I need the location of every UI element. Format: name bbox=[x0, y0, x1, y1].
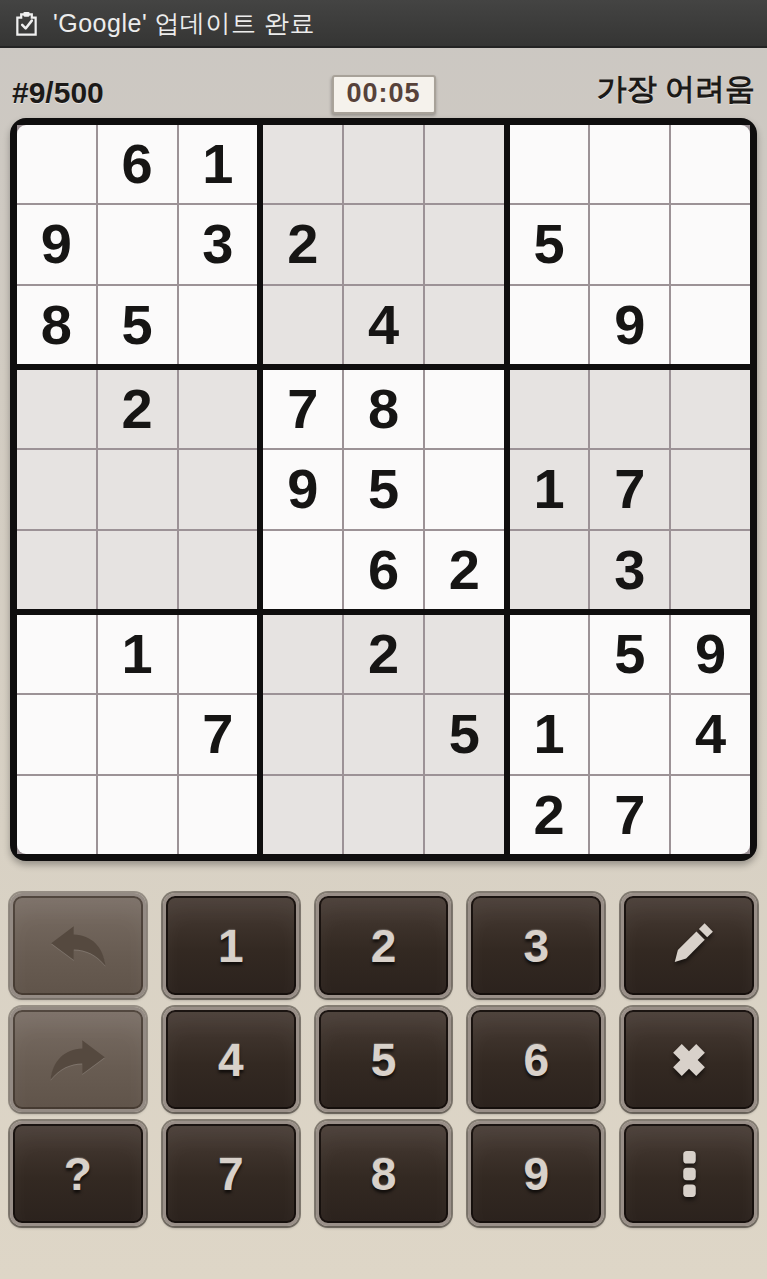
cell-r6c1[interactable] bbox=[17, 531, 96, 609]
redo-icon bbox=[47, 1036, 109, 1084]
cell-r8c2[interactable] bbox=[98, 695, 177, 773]
cell-r5c7[interactable]: 1 bbox=[510, 450, 589, 528]
digit-9-button-label: 9 bbox=[523, 1147, 549, 1201]
notification-text: 'Google' 업데이트 완료 bbox=[53, 7, 315, 40]
cell-r6c9[interactable] bbox=[671, 531, 750, 609]
digit-7-button-label: 7 bbox=[218, 1147, 244, 1201]
cell-r9c6[interactable] bbox=[425, 776, 504, 854]
cell-r9c2[interactable] bbox=[98, 776, 177, 854]
puzzle-number: #9/500 bbox=[12, 76, 104, 110]
digit-4-button-label: 4 bbox=[218, 1033, 244, 1087]
sudoku-board: 619385245927895621731725591427 bbox=[10, 118, 757, 861]
cell-r8c5[interactable] bbox=[344, 695, 423, 773]
cell-r2c5[interactable] bbox=[344, 205, 423, 283]
cell-r1c6[interactable] bbox=[425, 125, 504, 203]
cell-r8c4[interactable] bbox=[263, 695, 342, 773]
cell-r6c3[interactable] bbox=[179, 531, 258, 609]
cell-r3c4[interactable] bbox=[263, 286, 342, 364]
cell-r7c8[interactable]: 5 bbox=[590, 615, 669, 693]
cell-r5c5[interactable]: 5 bbox=[344, 450, 423, 528]
cell-r5c2[interactable] bbox=[98, 450, 177, 528]
erase-button[interactable] bbox=[621, 1007, 757, 1112]
cell-r1c5[interactable] bbox=[344, 125, 423, 203]
box-6: 173 bbox=[510, 370, 750, 609]
difficulty-label: 가장 어려움 bbox=[597, 69, 755, 110]
digit-2-button[interactable]: 2 bbox=[316, 893, 452, 998]
screen: 'Google' 업데이트 완료 #9/500 00:05 가장 어려움 619… bbox=[0, 0, 767, 1279]
cell-r7c9[interactable]: 9 bbox=[671, 615, 750, 693]
cell-r3c7[interactable] bbox=[510, 286, 589, 364]
cell-r8c3[interactable]: 7 bbox=[179, 695, 258, 773]
box-9: 591427 bbox=[510, 615, 750, 854]
cell-r4c8[interactable] bbox=[590, 370, 669, 448]
pencil-button[interactable] bbox=[621, 893, 757, 998]
cell-r9c7[interactable]: 2 bbox=[510, 776, 589, 854]
cell-r2c4[interactable]: 2 bbox=[263, 205, 342, 283]
digit-3-button[interactable]: 3 bbox=[468, 893, 604, 998]
cell-r5c1[interactable] bbox=[17, 450, 96, 528]
box-2: 24 bbox=[263, 125, 503, 364]
cell-r4c5[interactable]: 8 bbox=[344, 370, 423, 448]
cell-r3c9[interactable] bbox=[671, 286, 750, 364]
cell-r1c8[interactable] bbox=[590, 125, 669, 203]
cell-r1c7[interactable] bbox=[510, 125, 589, 203]
box-7: 17 bbox=[17, 615, 257, 854]
status-bar[interactable]: 'Google' 업데이트 완료 bbox=[0, 0, 767, 48]
digit-8-button[interactable]: 8 bbox=[316, 1121, 452, 1226]
cell-r7c4[interactable] bbox=[263, 615, 342, 693]
cell-r5c4[interactable]: 9 bbox=[263, 450, 342, 528]
cell-r7c2[interactable]: 1 bbox=[98, 615, 177, 693]
cell-r2c8[interactable] bbox=[590, 205, 669, 283]
keypad: 123456?789 bbox=[0, 861, 767, 1226]
cell-r4c4[interactable]: 7 bbox=[263, 370, 342, 448]
box-8: 25 bbox=[263, 615, 503, 854]
digit-3-button-label: 3 bbox=[523, 919, 549, 973]
cell-r2c9[interactable] bbox=[671, 205, 750, 283]
cell-r7c5[interactable]: 2 bbox=[344, 615, 423, 693]
cell-r2c3[interactable]: 3 bbox=[179, 205, 258, 283]
cell-r6c2[interactable] bbox=[98, 531, 177, 609]
digit-4-button[interactable]: 4 bbox=[163, 1007, 299, 1112]
digit-5-button[interactable]: 5 bbox=[316, 1007, 452, 1112]
cell-r4c2[interactable]: 2 bbox=[98, 370, 177, 448]
help-button-label: ? bbox=[64, 1147, 92, 1201]
cell-r4c9[interactable] bbox=[671, 370, 750, 448]
cell-r5c6[interactable] bbox=[425, 450, 504, 528]
cell-r3c8[interactable]: 9 bbox=[590, 286, 669, 364]
cell-r8c6[interactable]: 5 bbox=[425, 695, 504, 773]
box-5: 789562 bbox=[263, 370, 503, 609]
cell-r4c6[interactable] bbox=[425, 370, 504, 448]
cell-r5c9[interactable] bbox=[671, 450, 750, 528]
cell-r3c6[interactable] bbox=[425, 286, 504, 364]
cell-r4c1[interactable] bbox=[17, 370, 96, 448]
cell-r7c1[interactable] bbox=[17, 615, 96, 693]
cell-r9c3[interactable] bbox=[179, 776, 258, 854]
cell-r6c7[interactable] bbox=[510, 531, 589, 609]
digit-8-button-label: 8 bbox=[371, 1147, 397, 1201]
box-4: 2 bbox=[17, 370, 257, 609]
cell-r3c3[interactable] bbox=[179, 286, 258, 364]
cell-r9c1[interactable] bbox=[17, 776, 96, 854]
cell-r3c5[interactable]: 4 bbox=[344, 286, 423, 364]
cell-r4c7[interactable] bbox=[510, 370, 589, 448]
digit-9-button[interactable]: 9 bbox=[468, 1121, 604, 1226]
cell-r8c9[interactable]: 4 bbox=[671, 695, 750, 773]
cell-r8c7[interactable]: 1 bbox=[510, 695, 589, 773]
game-header: #9/500 00:05 가장 어려움 bbox=[0, 48, 767, 118]
cell-r7c6[interactable] bbox=[425, 615, 504, 693]
box-1: 619385 bbox=[17, 125, 257, 364]
timer: 00:05 bbox=[331, 75, 435, 114]
menu-button[interactable] bbox=[621, 1121, 757, 1226]
cell-r4c3[interactable] bbox=[179, 370, 258, 448]
cell-r9c5[interactable] bbox=[344, 776, 423, 854]
digit-2-button-label: 2 bbox=[371, 919, 397, 973]
help-button[interactable]: ? bbox=[10, 1121, 146, 1226]
cell-r2c1[interactable]: 9 bbox=[17, 205, 96, 283]
digit-6-button-label: 6 bbox=[523, 1033, 549, 1087]
cell-r6c4[interactable] bbox=[263, 531, 342, 609]
cell-r7c3[interactable] bbox=[179, 615, 258, 693]
cell-r9c4[interactable] bbox=[263, 776, 342, 854]
cell-r1c3[interactable]: 1 bbox=[179, 125, 258, 203]
digit-1-button-label: 1 bbox=[218, 919, 244, 973]
cell-r7c7[interactable] bbox=[510, 615, 589, 693]
digit-5-button-label: 5 bbox=[371, 1033, 397, 1087]
pencil-icon bbox=[663, 920, 715, 972]
cell-r1c9[interactable] bbox=[671, 125, 750, 203]
undo-icon bbox=[47, 922, 109, 970]
undo-button[interactable] bbox=[10, 893, 146, 998]
erase-icon bbox=[663, 1034, 715, 1086]
cell-r1c1[interactable] bbox=[17, 125, 96, 203]
cell-r5c8[interactable]: 7 bbox=[590, 450, 669, 528]
menu-icon bbox=[682, 1150, 697, 1198]
cell-r2c6[interactable] bbox=[425, 205, 504, 283]
cell-r3c2[interactable]: 5 bbox=[98, 286, 177, 364]
cell-r8c1[interactable] bbox=[17, 695, 96, 773]
cell-r8c8[interactable] bbox=[590, 695, 669, 773]
cell-r3c1[interactable]: 8 bbox=[17, 286, 96, 364]
cell-r5c3[interactable] bbox=[179, 450, 258, 528]
cell-r9c9[interactable] bbox=[671, 776, 750, 854]
cell-r6c5[interactable]: 6 bbox=[344, 531, 423, 609]
cell-r9c8[interactable]: 7 bbox=[590, 776, 669, 854]
board-wrap: 619385245927895621731725591427 bbox=[0, 118, 767, 861]
digit-7-button[interactable]: 7 bbox=[163, 1121, 299, 1226]
redo-button[interactable] bbox=[10, 1007, 146, 1112]
cell-r1c4[interactable] bbox=[263, 125, 342, 203]
digit-6-button[interactable]: 6 bbox=[468, 1007, 604, 1112]
cell-r2c2[interactable] bbox=[98, 205, 177, 283]
clipboard-check-icon bbox=[13, 10, 40, 37]
box-3: 59 bbox=[510, 125, 750, 364]
cell-r6c6[interactable]: 2 bbox=[425, 531, 504, 609]
cell-r6c8[interactable]: 3 bbox=[590, 531, 669, 609]
cell-r1c2[interactable]: 6 bbox=[98, 125, 177, 203]
digit-1-button[interactable]: 1 bbox=[163, 893, 299, 998]
cell-r2c7[interactable]: 5 bbox=[510, 205, 589, 283]
